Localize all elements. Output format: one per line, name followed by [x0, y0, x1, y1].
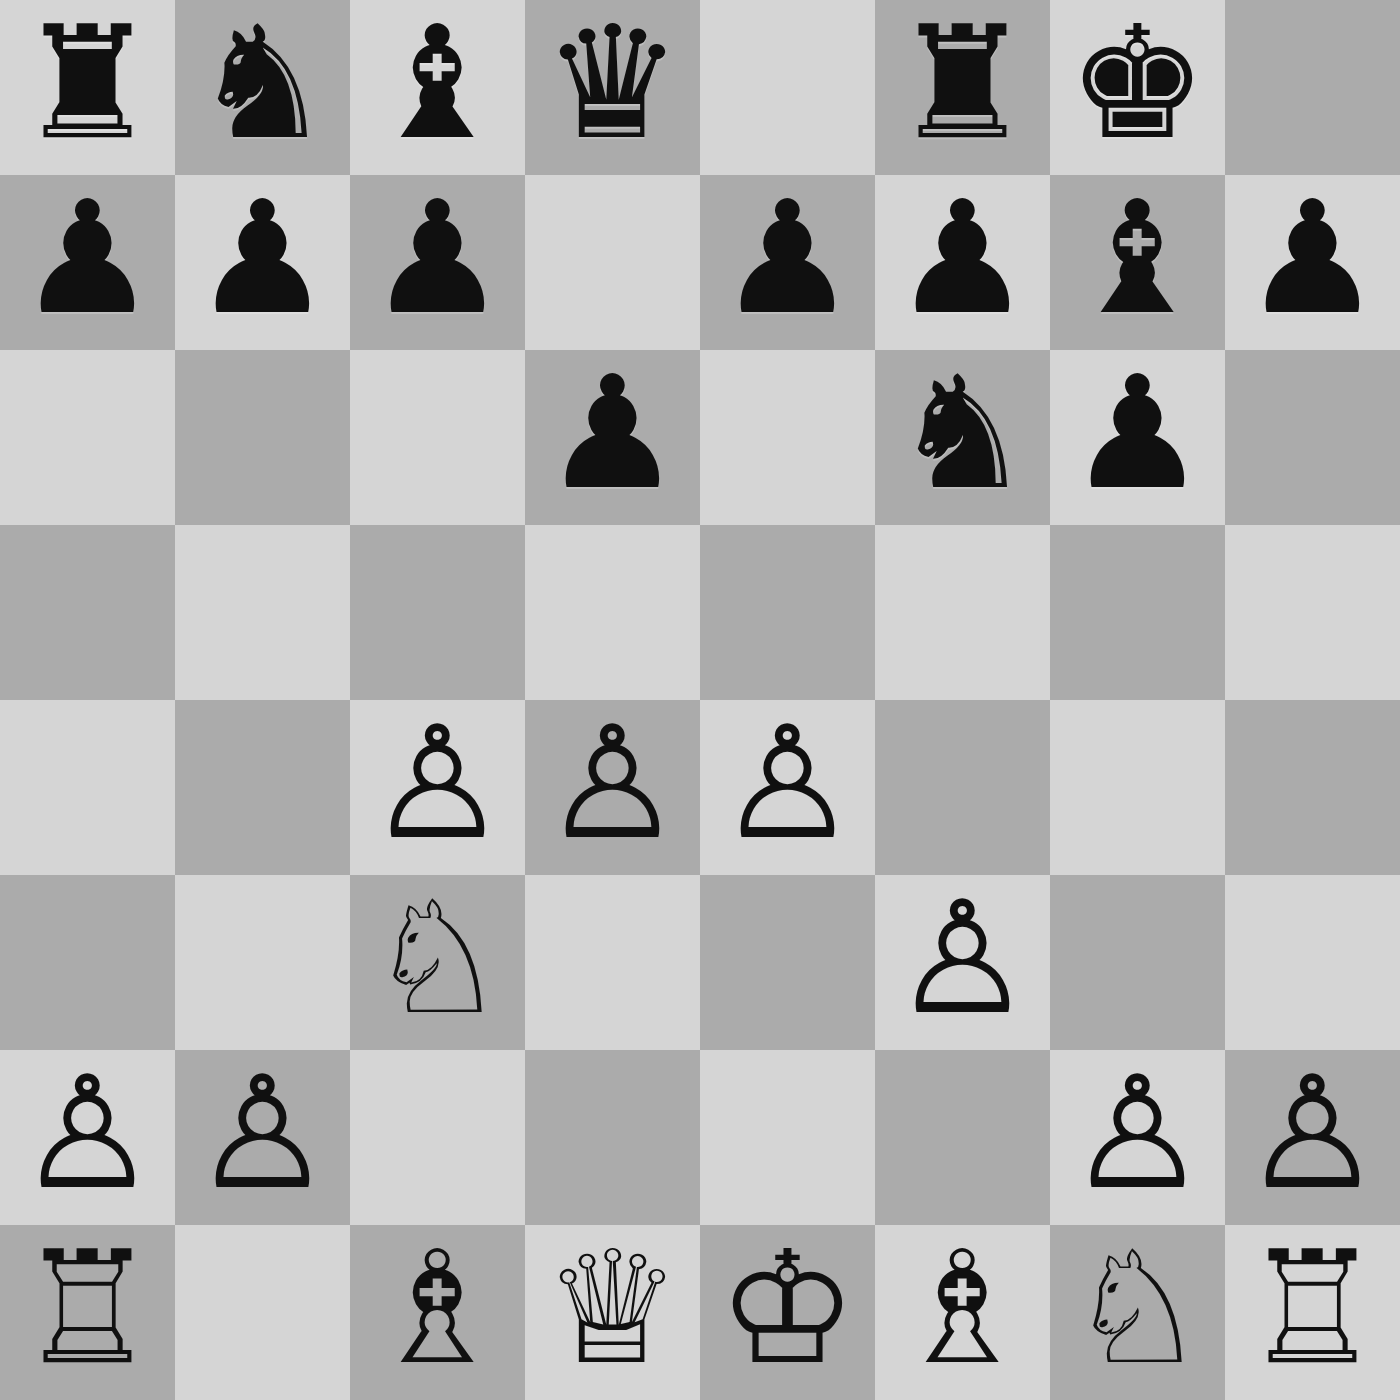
piece-white-queen: ♕ [543, 1225, 683, 1396]
square-g5[interactable] [1050, 525, 1225, 700]
square-e5[interactable] [700, 525, 875, 700]
piece-white-pawn: ♙ [543, 700, 683, 871]
square-d3[interactable] [525, 875, 700, 1050]
square-e6[interactable] [700, 350, 875, 525]
square-c2[interactable] [350, 1050, 525, 1225]
square-b2[interactable]: ♙ [175, 1050, 350, 1225]
piece-white-pawn: ♙ [18, 1050, 158, 1221]
square-a1[interactable]: ♖ [0, 1225, 175, 1400]
square-e7[interactable]: ♟ [700, 175, 875, 350]
square-d4[interactable]: ♙ [525, 700, 700, 875]
square-h8[interactable] [1225, 0, 1400, 175]
square-h3[interactable] [1225, 875, 1400, 1050]
piece-white-pawn: ♙ [193, 1050, 333, 1221]
piece-black-queen: ♛ [543, 0, 683, 171]
square-g4[interactable] [1050, 700, 1225, 875]
square-b6[interactable] [175, 350, 350, 525]
square-e2[interactable] [700, 1050, 875, 1225]
square-a4[interactable] [0, 700, 175, 875]
square-c5[interactable] [350, 525, 525, 700]
piece-black-knight: ♞ [893, 350, 1033, 521]
piece-white-rook: ♖ [1243, 1225, 1383, 1396]
square-e4[interactable]: ♙ [700, 700, 875, 875]
square-a2[interactable]: ♙ [0, 1050, 175, 1225]
piece-white-bishop: ♗ [368, 1225, 508, 1396]
piece-black-pawn: ♟ [718, 175, 858, 346]
piece-black-rook: ♜ [893, 0, 1033, 171]
square-g6[interactable]: ♟ [1050, 350, 1225, 525]
piece-black-pawn: ♟ [18, 175, 158, 346]
square-e8[interactable] [700, 0, 875, 175]
square-b3[interactable] [175, 875, 350, 1050]
square-f7[interactable]: ♟ [875, 175, 1050, 350]
square-d7[interactable] [525, 175, 700, 350]
square-f8[interactable]: ♜ [875, 0, 1050, 175]
square-h5[interactable] [1225, 525, 1400, 700]
piece-black-pawn: ♟ [1068, 350, 1208, 521]
chess-board: ♜♞♝♛♜♚♟♟♟♟♟♝♟♟♞♟♙♙♙♘♙♙♙♙♙♖♗♕♔♗♘♖ [0, 0, 1400, 1400]
piece-white-rook: ♖ [18, 1225, 158, 1396]
square-d5[interactable] [525, 525, 700, 700]
piece-white-knight: ♘ [1068, 1225, 1208, 1396]
square-c3[interactable]: ♘ [350, 875, 525, 1050]
square-h2[interactable]: ♙ [1225, 1050, 1400, 1225]
piece-black-knight: ♞ [193, 0, 333, 171]
square-g3[interactable] [1050, 875, 1225, 1050]
piece-white-pawn: ♙ [1068, 1050, 1208, 1221]
square-g7[interactable]: ♝ [1050, 175, 1225, 350]
square-b1[interactable] [175, 1225, 350, 1400]
square-f2[interactable] [875, 1050, 1050, 1225]
square-b5[interactable] [175, 525, 350, 700]
square-c8[interactable]: ♝ [350, 0, 525, 175]
square-c1[interactable]: ♗ [350, 1225, 525, 1400]
piece-white-pawn: ♙ [368, 700, 508, 871]
square-b4[interactable] [175, 700, 350, 875]
square-c6[interactable] [350, 350, 525, 525]
piece-white-pawn: ♙ [893, 875, 1033, 1046]
piece-white-bishop: ♗ [893, 1225, 1033, 1396]
square-f6[interactable]: ♞ [875, 350, 1050, 525]
piece-white-pawn: ♙ [1243, 1050, 1383, 1221]
square-a6[interactable] [0, 350, 175, 525]
piece-black-pawn: ♟ [893, 175, 1033, 346]
square-e3[interactable] [700, 875, 875, 1050]
piece-black-pawn: ♟ [368, 175, 508, 346]
square-e1[interactable]: ♔ [700, 1225, 875, 1400]
piece-white-pawn: ♙ [718, 700, 858, 871]
piece-black-king: ♚ [1068, 0, 1208, 171]
square-b7[interactable]: ♟ [175, 175, 350, 350]
square-g1[interactable]: ♘ [1050, 1225, 1225, 1400]
square-f1[interactable]: ♗ [875, 1225, 1050, 1400]
piece-white-king: ♔ [718, 1225, 858, 1396]
square-g2[interactable]: ♙ [1050, 1050, 1225, 1225]
square-d2[interactable] [525, 1050, 700, 1225]
piece-black-pawn: ♟ [543, 350, 683, 521]
square-h4[interactable] [1225, 700, 1400, 875]
square-d6[interactable]: ♟ [525, 350, 700, 525]
square-a5[interactable] [0, 525, 175, 700]
piece-black-bishop: ♝ [368, 0, 508, 171]
square-a3[interactable] [0, 875, 175, 1050]
square-h1[interactable]: ♖ [1225, 1225, 1400, 1400]
square-b8[interactable]: ♞ [175, 0, 350, 175]
square-h7[interactable]: ♟ [1225, 175, 1400, 350]
square-c4[interactable]: ♙ [350, 700, 525, 875]
square-d8[interactable]: ♛ [525, 0, 700, 175]
square-d1[interactable]: ♕ [525, 1225, 700, 1400]
square-a8[interactable]: ♜ [0, 0, 175, 175]
piece-black-pawn: ♟ [193, 175, 333, 346]
square-f4[interactable] [875, 700, 1050, 875]
piece-white-knight: ♘ [368, 875, 508, 1046]
piece-black-bishop: ♝ [1068, 175, 1208, 346]
piece-black-rook: ♜ [18, 0, 158, 171]
piece-black-pawn: ♟ [1243, 175, 1383, 346]
square-f5[interactable] [875, 525, 1050, 700]
square-g8[interactable]: ♚ [1050, 0, 1225, 175]
square-a7[interactable]: ♟ [0, 175, 175, 350]
square-c7[interactable]: ♟ [350, 175, 525, 350]
square-h6[interactable] [1225, 350, 1400, 525]
square-f3[interactable]: ♙ [875, 875, 1050, 1050]
